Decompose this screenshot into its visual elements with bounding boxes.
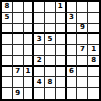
sudoku-cell-r5c9[interactable]: 1	[88, 45, 99, 56]
sudoku-cell-r6c2[interactable]	[13, 56, 24, 67]
sudoku-cell-r3c5[interactable]	[45, 24, 56, 35]
sudoku-cell-r5c2[interactable]	[13, 45, 24, 56]
sudoku-cell-r9c5[interactable]	[45, 88, 56, 99]
sudoku-cell-r9c7[interactable]	[67, 88, 78, 99]
sudoku-cell-r8c7[interactable]	[67, 77, 78, 88]
sudoku-cell-r2c6[interactable]	[56, 13, 67, 24]
sudoku-cell-r4c9[interactable]	[88, 34, 99, 45]
sudoku-cell-r8c4[interactable]: 4	[34, 77, 45, 88]
sudoku-cell-r2c3[interactable]	[24, 13, 35, 24]
sudoku-cell-r7c6[interactable]	[56, 67, 67, 78]
sudoku-cell-r6c5[interactable]	[45, 56, 56, 67]
sudoku-cell-r3c2[interactable]	[13, 24, 24, 35]
sudoku-cell-r8c1[interactable]	[2, 77, 13, 88]
sudoku-cell-r4c4[interactable]: 3	[34, 34, 45, 45]
sudoku-cell-r4c6[interactable]	[56, 34, 67, 45]
sudoku-cell-r2c5[interactable]	[45, 13, 56, 24]
sudoku-cell-r3c4[interactable]	[34, 24, 45, 35]
sudoku-cell-r8c2[interactable]	[13, 77, 24, 88]
sudoku-cell-r9c4[interactable]	[34, 88, 45, 99]
sudoku-cell-r9c9[interactable]	[88, 88, 99, 99]
sudoku-cell-r1c8[interactable]	[77, 2, 88, 13]
sudoku-cell-r3c9[interactable]	[88, 24, 99, 35]
sudoku-cell-r5c5[interactable]	[45, 45, 56, 56]
sudoku-cell-r7c5[interactable]	[45, 67, 56, 78]
sudoku-cell-r1c3[interactable]	[24, 2, 35, 13]
sudoku-cell-r7c1[interactable]	[2, 67, 13, 78]
sudoku-cell-r6c9[interactable]: 8	[88, 56, 99, 67]
sudoku-cell-r9c3[interactable]	[24, 88, 35, 99]
sudoku-cell-r4c5[interactable]: 5	[45, 34, 56, 45]
sudoku-cell-r7c4[interactable]	[34, 67, 45, 78]
sudoku-cell-r5c6[interactable]	[56, 45, 67, 56]
sudoku-cell-r9c8[interactable]	[77, 88, 88, 99]
sudoku-cell-r7c3[interactable]: 1	[24, 67, 35, 78]
sudoku-cell-r1c6[interactable]: 1	[56, 2, 67, 13]
sudoku-cell-r2c9[interactable]	[88, 13, 99, 24]
sudoku-cell-r6c6[interactable]	[56, 56, 67, 67]
sudoku-cell-r1c5[interactable]	[45, 2, 56, 13]
sudoku-cell-r6c4[interactable]: 2	[34, 56, 45, 67]
sudoku-cell-r6c8[interactable]	[77, 56, 88, 67]
sudoku-cell-r4c8[interactable]	[77, 34, 88, 45]
sudoku-cell-r7c8[interactable]	[77, 67, 88, 78]
sudoku-cell-r5c1[interactable]	[2, 45, 13, 56]
sudoku-board: 81539357128716489	[0, 0, 101, 101]
sudoku-cell-r7c7[interactable]: 6	[67, 67, 78, 78]
sudoku-cell-r5c4[interactable]	[34, 45, 45, 56]
sudoku-cell-r5c3[interactable]	[24, 45, 35, 56]
sudoku-cell-r4c1[interactable]	[2, 34, 13, 45]
sudoku-cell-r1c2[interactable]	[13, 2, 24, 13]
sudoku-cell-r9c6[interactable]	[56, 88, 67, 99]
sudoku-cell-r4c7[interactable]	[67, 34, 78, 45]
sudoku-cell-r1c7[interactable]	[67, 2, 78, 13]
sudoku-cell-r5c8[interactable]: 7	[77, 45, 88, 56]
sudoku-cell-r8c8[interactable]	[77, 77, 88, 88]
sudoku-cell-r2c4[interactable]	[34, 13, 45, 24]
sudoku-cell-r5c7[interactable]	[67, 45, 78, 56]
sudoku-cell-r3c8[interactable]: 9	[77, 24, 88, 35]
sudoku-cell-r1c1[interactable]: 8	[2, 2, 13, 13]
sudoku-cell-r9c2[interactable]: 9	[13, 88, 24, 99]
sudoku-cell-r8c9[interactable]	[88, 77, 99, 88]
sudoku-cell-r2c7[interactable]: 3	[67, 13, 78, 24]
sudoku-cell-r9c1[interactable]	[2, 88, 13, 99]
sudoku-cell-r3c1[interactable]	[2, 24, 13, 35]
sudoku-cell-r8c3[interactable]	[24, 77, 35, 88]
sudoku-cell-r1c4[interactable]	[34, 2, 45, 13]
sudoku-cell-r6c3[interactable]	[24, 56, 35, 67]
sudoku-cell-r4c2[interactable]	[13, 34, 24, 45]
sudoku-cell-r2c2[interactable]	[13, 13, 24, 24]
sudoku-cell-r8c6[interactable]	[56, 77, 67, 88]
sudoku-cell-r8c5[interactable]: 8	[45, 77, 56, 88]
sudoku-cell-r7c2[interactable]: 7	[13, 67, 24, 78]
sudoku-cell-r4c3[interactable]	[24, 34, 35, 45]
sudoku-cell-r3c3[interactable]	[24, 24, 35, 35]
sudoku-cell-r6c7[interactable]	[67, 56, 78, 67]
sudoku-cell-r1c9[interactable]	[88, 2, 99, 13]
sudoku-cell-r6c1[interactable]	[2, 56, 13, 67]
sudoku-cell-r2c1[interactable]: 5	[2, 13, 13, 24]
sudoku-cell-r2c8[interactable]	[77, 13, 88, 24]
sudoku-cell-r3c6[interactable]	[56, 24, 67, 35]
sudoku-cell-r3c7[interactable]	[67, 24, 78, 35]
sudoku-cell-r7c9[interactable]	[88, 67, 99, 78]
